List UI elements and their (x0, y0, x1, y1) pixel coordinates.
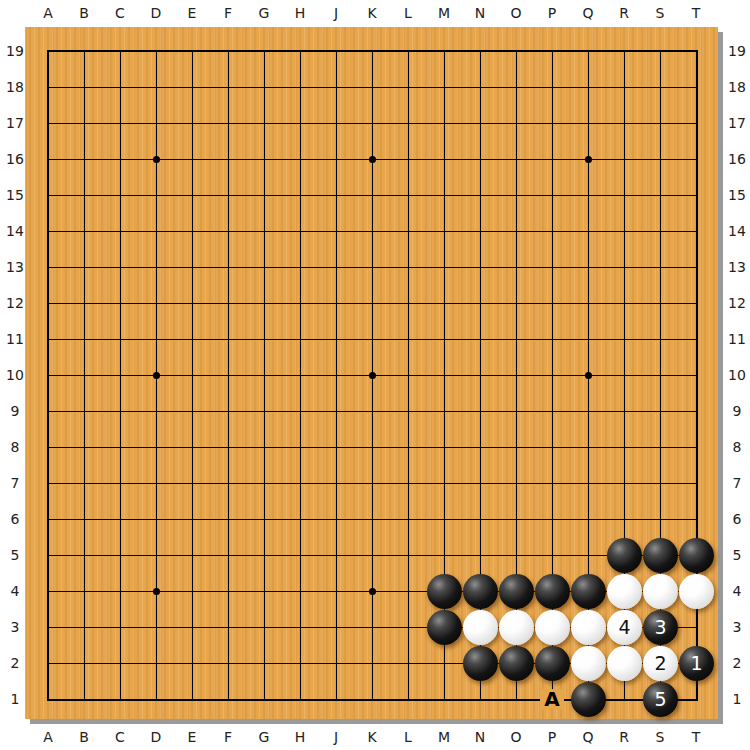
stone-black-N2[interactable] (463, 646, 498, 681)
row-label-left-1: 1 (0, 690, 30, 708)
row-label-left-14: 14 (0, 222, 30, 240)
move-number-5: 5 (643, 682, 678, 717)
row-label-right-10: 10 (724, 366, 750, 384)
col-label-bottom-E: E (180, 728, 204, 746)
col-label-bottom-P: P (540, 728, 564, 746)
col-label-bottom-L: L (396, 728, 420, 746)
row-label-left-18: 18 (0, 78, 30, 96)
col-label-top-Q: Q (576, 4, 600, 22)
row-label-left-10: 10 (0, 366, 30, 384)
stone-white-S4[interactable] (643, 574, 678, 609)
col-label-top-R: R (612, 4, 636, 22)
row-label-right-17: 17 (724, 114, 750, 132)
stone-black-P2[interactable] (535, 646, 570, 681)
col-label-top-H: H (288, 4, 312, 22)
row-label-left-5: 5 (0, 546, 30, 564)
col-label-bottom-K: K (360, 728, 384, 746)
row-label-right-6: 6 (724, 510, 750, 528)
stone-black-O4[interactable] (499, 574, 534, 609)
row-label-right-5: 5 (724, 546, 750, 564)
col-label-bottom-S: S (648, 728, 672, 746)
row-label-right-16: 16 (724, 150, 750, 168)
annotation-A[interactable]: A (540, 689, 564, 709)
col-label-bottom-R: R (612, 728, 636, 746)
star-point-K10 (369, 372, 376, 379)
row-label-left-13: 13 (0, 258, 30, 276)
stone-black-S3[interactable]: 3 (643, 610, 678, 645)
star-point-Q10 (585, 372, 592, 379)
col-label-top-F: F (216, 4, 240, 22)
row-label-left-16: 16 (0, 150, 30, 168)
col-label-bottom-H: H (288, 728, 312, 746)
col-label-top-G: G (252, 4, 276, 22)
stone-black-O2[interactable] (499, 646, 534, 681)
col-label-bottom-B: B (72, 728, 96, 746)
stone-white-P3[interactable] (535, 610, 570, 645)
stone-black-Q4[interactable] (571, 574, 606, 609)
move-number-2: 2 (643, 646, 678, 681)
star-point-D10 (153, 372, 160, 379)
stone-black-M3[interactable] (427, 610, 462, 645)
col-label-bottom-N: N (468, 728, 492, 746)
stone-black-R5[interactable] (607, 538, 642, 573)
col-label-bottom-J: J (324, 728, 348, 746)
move-number-3: 3 (643, 610, 678, 645)
stone-white-O3[interactable] (499, 610, 534, 645)
col-label-bottom-G: G (252, 728, 276, 746)
col-label-top-K: K (360, 4, 384, 22)
row-label-right-15: 15 (724, 186, 750, 204)
row-label-left-9: 9 (0, 402, 30, 420)
col-label-top-T: T (684, 4, 708, 22)
row-label-left-12: 12 (0, 294, 30, 312)
row-label-right-19: 19 (724, 42, 750, 60)
stone-black-M4[interactable] (427, 574, 462, 609)
row-label-right-14: 14 (724, 222, 750, 240)
stone-black-T5[interactable] (679, 538, 714, 573)
col-label-bottom-M: M (432, 728, 456, 746)
row-label-left-2: 2 (0, 654, 30, 672)
stone-black-N4[interactable] (463, 574, 498, 609)
col-label-bottom-C: C (108, 728, 132, 746)
col-label-top-O: O (504, 4, 528, 22)
col-label-top-D: D (144, 4, 168, 22)
star-point-D16 (153, 156, 160, 163)
col-label-top-N: N (468, 4, 492, 22)
row-label-right-9: 9 (724, 402, 750, 420)
row-label-left-11: 11 (0, 330, 30, 348)
stone-black-P4[interactable] (535, 574, 570, 609)
row-label-right-12: 12 (724, 294, 750, 312)
star-point-K4 (369, 588, 376, 595)
row-label-right-18: 18 (724, 78, 750, 96)
move-number-4: 4 (607, 610, 642, 645)
stone-black-S1[interactable]: 5 (643, 682, 678, 717)
row-label-right-7: 7 (724, 474, 750, 492)
row-label-right-13: 13 (724, 258, 750, 276)
col-label-top-C: C (108, 4, 132, 22)
row-label-right-8: 8 (724, 438, 750, 456)
col-label-bottom-D: D (144, 728, 168, 746)
row-label-left-6: 6 (0, 510, 30, 528)
row-label-right-2: 2 (724, 654, 750, 672)
stone-black-T2[interactable]: 1 (679, 646, 714, 681)
stone-white-N3[interactable] (463, 610, 498, 645)
row-label-left-19: 19 (0, 42, 30, 60)
row-label-left-8: 8 (0, 438, 30, 456)
stone-white-T4[interactable] (679, 574, 714, 609)
col-label-bottom-T: T (684, 728, 708, 746)
stone-white-R3[interactable]: 4 (607, 610, 642, 645)
col-label-bottom-F: F (216, 728, 240, 746)
col-label-bottom-A: A (36, 728, 60, 746)
row-label-left-15: 15 (0, 186, 30, 204)
stone-white-R2[interactable] (607, 646, 642, 681)
stone-white-S2[interactable]: 2 (643, 646, 678, 681)
row-label-right-11: 11 (724, 330, 750, 348)
row-label-right-1: 1 (724, 690, 750, 708)
col-label-top-M: M (432, 4, 456, 22)
stone-black-Q1[interactable] (571, 682, 606, 717)
col-label-top-S: S (648, 4, 672, 22)
stone-white-Q3[interactable] (571, 610, 606, 645)
move-number-1: 1 (679, 646, 714, 681)
row-label-left-3: 3 (0, 618, 30, 636)
row-label-left-17: 17 (0, 114, 30, 132)
col-label-top-J: J (324, 4, 348, 22)
row-label-left-4: 4 (0, 582, 30, 600)
star-point-D4 (153, 588, 160, 595)
star-point-K16 (369, 156, 376, 163)
stone-white-R4[interactable] (607, 574, 642, 609)
row-label-left-7: 7 (0, 474, 30, 492)
col-label-top-L: L (396, 4, 420, 22)
col-label-top-P: P (540, 4, 564, 22)
stone-black-S5[interactable] (643, 538, 678, 573)
col-label-bottom-Q: Q (576, 728, 600, 746)
go-diagram-page: ABCDEFGHJKLMNOPQRST ABCDEFGHJKLMNOPQRST … (0, 0, 750, 750)
col-label-top-A: A (36, 4, 60, 22)
row-label-right-4: 4 (724, 582, 750, 600)
row-label-right-3: 3 (724, 618, 750, 636)
col-label-top-B: B (72, 4, 96, 22)
star-point-Q16 (585, 156, 592, 163)
col-label-top-E: E (180, 4, 204, 22)
col-label-bottom-O: O (504, 728, 528, 746)
stone-white-Q2[interactable] (571, 646, 606, 681)
